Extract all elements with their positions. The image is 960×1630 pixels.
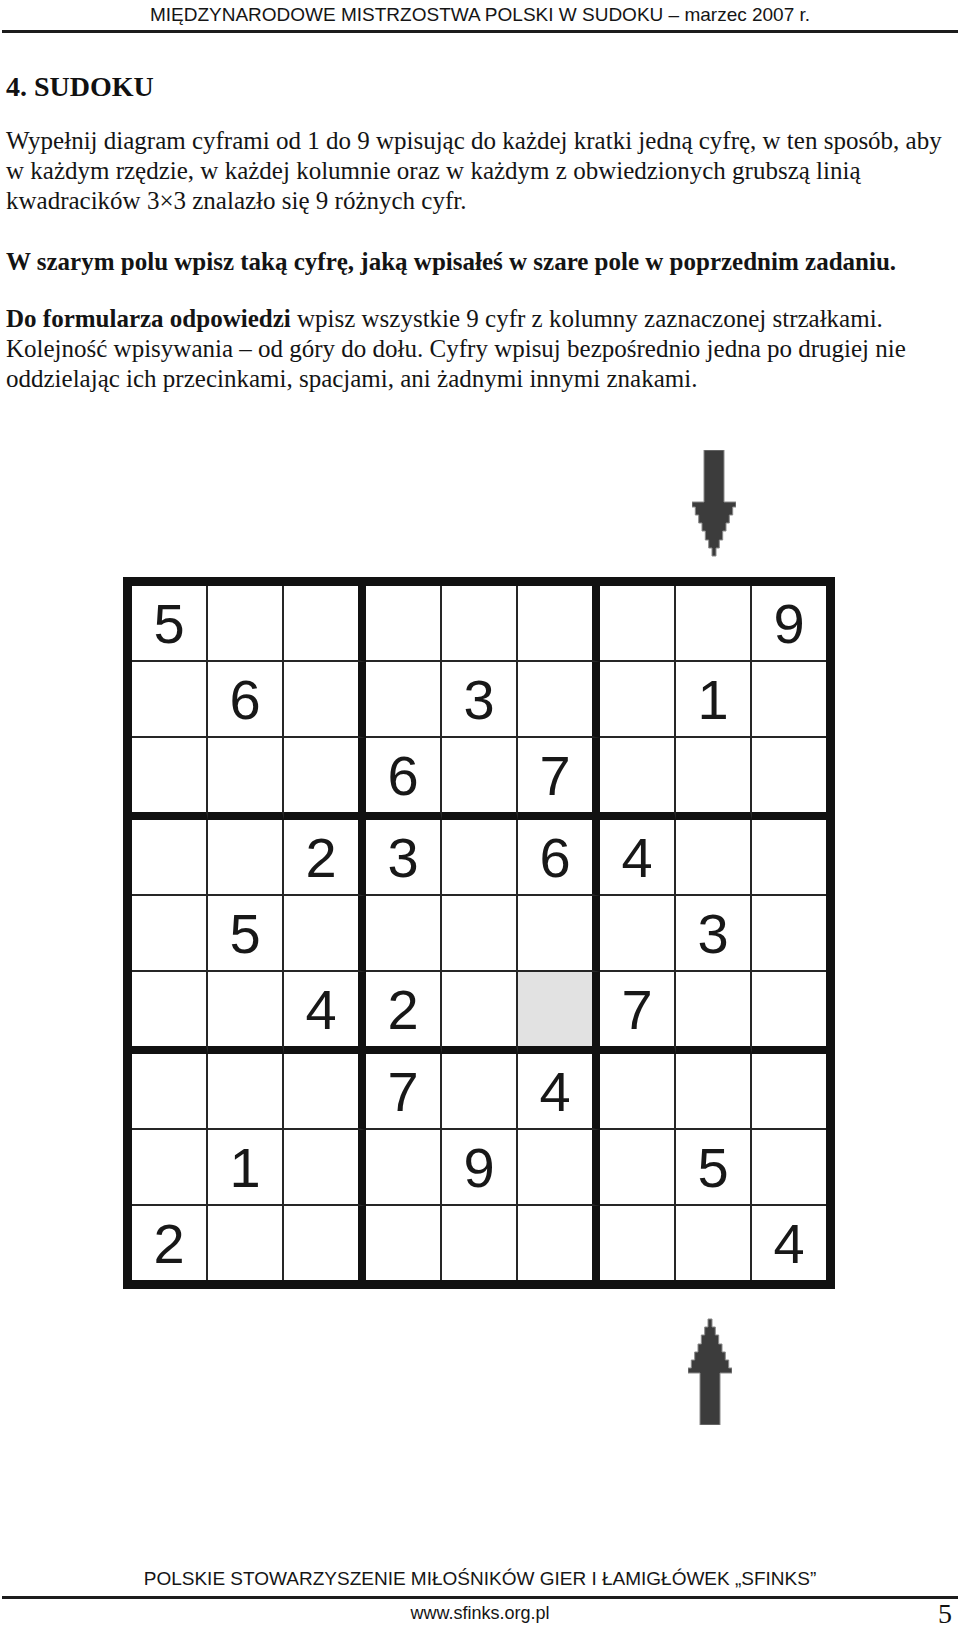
cell-r1c2 [208, 586, 284, 662]
cell-r8c7 [600, 1130, 676, 1206]
cell-r8c9 [752, 1130, 826, 1206]
cell-r5c9 [752, 896, 826, 972]
text-line: w każdym rzędzie, w każdej kolumnie oraz… [6, 156, 954, 186]
cell-r1c9: 9 [752, 586, 826, 662]
instructions-paragraph-1: Wypełnij diagram cyframi od 1 do 9 wpisu… [6, 126, 954, 216]
cell-r8c3 [284, 1130, 366, 1206]
cell-r4c3: 2 [284, 820, 366, 896]
cell-r4c1 [132, 820, 208, 896]
cell-r1c7 [600, 586, 676, 662]
cell-r5c3 [284, 896, 366, 972]
cell-r4c5 [442, 820, 518, 896]
instructions-paragraph-2: W szarym polu wpisz taką cyfrę, jaką wpi… [6, 247, 954, 277]
cell-r1c5 [442, 586, 518, 662]
cell-r6c5 [442, 972, 518, 1054]
cell-r5c2: 5 [208, 896, 284, 972]
header-rule [2, 30, 958, 33]
sudoku-grid: 59631672364534277419524 [123, 577, 835, 1289]
text-line: Do formularza odpowiedzi wpisz wszystkie… [6, 304, 954, 334]
cell-r3c3 [284, 738, 366, 820]
cell-r6c4: 2 [366, 972, 442, 1054]
cell-r9c3 [284, 1206, 366, 1280]
cell-r7c3 [284, 1054, 366, 1130]
up-arrow-icon [688, 1318, 732, 1425]
cell-r2c8: 1 [676, 662, 752, 738]
footer-url: www.sfinks.org.pl [0, 1601, 960, 1625]
cell-r9c1: 2 [132, 1206, 208, 1280]
cell-r8c1 [132, 1130, 208, 1206]
cell-r3c6: 7 [518, 738, 600, 820]
cell-r1c3 [284, 586, 366, 662]
text-line: kwadracików 3×3 znalazło się 9 różnych c… [6, 186, 954, 216]
cell-r4c9 [752, 820, 826, 896]
cell-r7c2 [208, 1054, 284, 1130]
cell-r3c4: 6 [366, 738, 442, 820]
cell-r5c6 [518, 896, 600, 972]
cell-r7c7 [600, 1054, 676, 1130]
cell-r9c2 [208, 1206, 284, 1280]
instructions-paragraph-3: Do formularza odpowiedzi wpisz wszystkie… [6, 304, 954, 394]
cell-r5c5 [442, 896, 518, 972]
cell-r7c6: 4 [518, 1054, 600, 1130]
cell-r6c2 [208, 972, 284, 1054]
cell-r5c4 [366, 896, 442, 972]
cell-r2c9 [752, 662, 826, 738]
page-title: 4. SUDOKU [6, 70, 154, 104]
cell-r9c9: 4 [752, 1206, 826, 1280]
cell-r8c2: 1 [208, 1130, 284, 1206]
cell-r1c4 [366, 586, 442, 662]
cell-r3c5 [442, 738, 518, 820]
text-line: oddzielając ich przecinkami, spacjami, a… [6, 364, 954, 394]
cell-r2c7 [600, 662, 676, 738]
cell-r7c5 [442, 1054, 518, 1130]
cell-r3c2 [208, 738, 284, 820]
footer-rule [2, 1596, 958, 1599]
cell-r7c4: 7 [366, 1054, 442, 1130]
down-arrow-icon [692, 450, 736, 557]
cell-r3c1 [132, 738, 208, 820]
cell-r6c3: 4 [284, 972, 366, 1054]
cell-r7c8 [676, 1054, 752, 1130]
cell-r9c5 [442, 1206, 518, 1280]
cell-r8c5: 9 [442, 1130, 518, 1206]
cell-r6c8 [676, 972, 752, 1054]
cell-r1c6 [518, 586, 600, 662]
text-line: Kolejność wpisywania – od góry do dołu. … [6, 334, 954, 364]
cell-r3c9 [752, 738, 826, 820]
cell-r8c4 [366, 1130, 442, 1206]
cell-r1c1: 5 [132, 586, 208, 662]
cell-r2c1 [132, 662, 208, 738]
cell-r2c6 [518, 662, 600, 738]
cell-r4c4: 3 [366, 820, 442, 896]
cell-r2c4 [366, 662, 442, 738]
cell-r6c9 [752, 972, 826, 1054]
cell-r6c7: 7 [600, 972, 676, 1054]
cell-r7c9 [752, 1054, 826, 1130]
cell-r6c1 [132, 972, 208, 1054]
footer-organization: POLSKIE STOWARZYSZENIE MIŁOŚNIKÓW GIER I… [0, 1566, 960, 1592]
text-span: wpisz wszystkie 9 cyfr z kolumny zaznacz… [291, 305, 883, 332]
cell-r4c2 [208, 820, 284, 896]
cell-r5c8: 3 [676, 896, 752, 972]
cell-r9c4 [366, 1206, 442, 1280]
cell-r9c8 [676, 1206, 752, 1280]
page-number: 5 [938, 1598, 952, 1630]
cell-r2c2: 6 [208, 662, 284, 738]
header-text: MIĘDZYNARODOWE MISTRZOSTWA POLSKI W SUDO… [0, 3, 960, 27]
cell-r2c3 [284, 662, 366, 738]
cell-r8c6 [518, 1130, 600, 1206]
cell-r1c8 [676, 586, 752, 662]
cell-r9c7 [600, 1206, 676, 1280]
cell-r4c6: 6 [518, 820, 600, 896]
cell-r3c8 [676, 738, 752, 820]
text-line: Wypełnij diagram cyframi od 1 do 9 wpisu… [6, 126, 954, 156]
cell-r4c8 [676, 820, 752, 896]
cell-r4c7: 4 [600, 820, 676, 896]
cell-r9c6 [518, 1206, 600, 1280]
cell-r5c1 [132, 896, 208, 972]
cell-r3c7 [600, 738, 676, 820]
cell-r6c6 [518, 972, 600, 1054]
cell-r2c5: 3 [442, 662, 518, 738]
cell-r7c1 [132, 1054, 208, 1130]
bold-lead-in: Do formularza odpowiedzi [6, 305, 291, 332]
cell-r5c7 [600, 896, 676, 972]
cell-r8c8: 5 [676, 1130, 752, 1206]
